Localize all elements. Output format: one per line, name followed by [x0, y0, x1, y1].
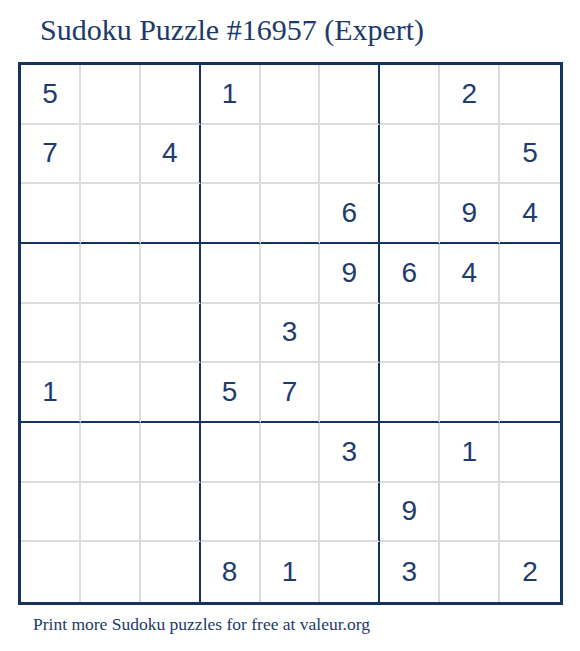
cell-r4c6-given: 9	[320, 244, 380, 304]
cell-r8c1-empty[interactable]	[21, 483, 81, 543]
page-title: Sudoku Puzzle #16957 (Expert)	[40, 13, 424, 47]
cell-r8c3-empty[interactable]	[141, 483, 201, 543]
cell-r2c2-empty[interactable]	[81, 125, 141, 185]
cell-r1c8-given: 2	[440, 65, 500, 125]
cell-r3c7-empty[interactable]	[380, 184, 440, 244]
footer-note: Print more Sudoku puzzles for free at va…	[33, 614, 370, 635]
cell-r2c1-given: 7	[21, 125, 81, 185]
cell-r3c3-empty[interactable]	[141, 184, 201, 244]
cell-r6c2-empty[interactable]	[81, 363, 141, 423]
cell-r7c8-given: 1	[440, 423, 500, 483]
sudoku-page: Sudoku Puzzle #16957 (Expert) 5127456949…	[0, 0, 580, 651]
cell-r9c2-empty[interactable]	[81, 542, 141, 602]
cell-r2c5-empty[interactable]	[261, 125, 321, 185]
cell-r3c2-empty[interactable]	[81, 184, 141, 244]
cell-r4c5-empty[interactable]	[261, 244, 321, 304]
cell-r7c9-empty[interactable]	[500, 423, 560, 483]
cell-r8c9-empty[interactable]	[500, 483, 560, 543]
cell-r7c3-empty[interactable]	[141, 423, 201, 483]
cell-r2c3-given: 4	[141, 125, 201, 185]
cell-r1c3-empty[interactable]	[141, 65, 201, 125]
cell-r6c3-empty[interactable]	[141, 363, 201, 423]
cell-r4c1-empty[interactable]	[21, 244, 81, 304]
cell-r3c6-given: 6	[320, 184, 380, 244]
cell-r4c8-given: 4	[440, 244, 500, 304]
cell-r8c2-empty[interactable]	[81, 483, 141, 543]
cell-r7c4-empty[interactable]	[201, 423, 261, 483]
cell-r9c3-empty[interactable]	[141, 542, 201, 602]
cell-r9c4-given: 8	[201, 542, 261, 602]
cell-r2c7-empty[interactable]	[380, 125, 440, 185]
cell-r9c8-empty[interactable]	[440, 542, 500, 602]
cell-r3c1-empty[interactable]	[21, 184, 81, 244]
cell-r5c7-empty[interactable]	[380, 304, 440, 364]
cell-r3c8-given: 9	[440, 184, 500, 244]
cell-r7c7-empty[interactable]	[380, 423, 440, 483]
cell-r6c1-given: 1	[21, 363, 81, 423]
cell-r9c6-empty[interactable]	[320, 542, 380, 602]
cell-r1c6-empty[interactable]	[320, 65, 380, 125]
cell-r8c8-empty[interactable]	[440, 483, 500, 543]
cell-r5c2-empty[interactable]	[81, 304, 141, 364]
cell-r4c9-empty[interactable]	[500, 244, 560, 304]
cell-r6c6-empty[interactable]	[320, 363, 380, 423]
cell-r2c4-empty[interactable]	[201, 125, 261, 185]
cell-r1c7-empty[interactable]	[380, 65, 440, 125]
cell-r5c6-empty[interactable]	[320, 304, 380, 364]
cell-r5c9-empty[interactable]	[500, 304, 560, 364]
cell-r1c2-empty[interactable]	[81, 65, 141, 125]
cell-r3c9-given: 4	[500, 184, 560, 244]
cell-r6c4-given: 5	[201, 363, 261, 423]
cell-r4c3-empty[interactable]	[141, 244, 201, 304]
cell-r6c8-empty[interactable]	[440, 363, 500, 423]
cell-r6c9-empty[interactable]	[500, 363, 560, 423]
cell-r5c8-empty[interactable]	[440, 304, 500, 364]
cell-r7c5-empty[interactable]	[261, 423, 321, 483]
cell-r8c5-empty[interactable]	[261, 483, 321, 543]
cell-r2c8-empty[interactable]	[440, 125, 500, 185]
cell-r9c7-given: 3	[380, 542, 440, 602]
cell-r3c4-empty[interactable]	[201, 184, 261, 244]
cell-r5c4-empty[interactable]	[201, 304, 261, 364]
cell-r7c2-empty[interactable]	[81, 423, 141, 483]
cell-r1c1-given: 5	[21, 65, 81, 125]
cell-r4c7-given: 6	[380, 244, 440, 304]
cell-r6c5-given: 7	[261, 363, 321, 423]
cell-r9c5-given: 1	[261, 542, 321, 602]
cell-r9c1-empty[interactable]	[21, 542, 81, 602]
cell-r7c1-empty[interactable]	[21, 423, 81, 483]
cell-r1c5-empty[interactable]	[261, 65, 321, 125]
cell-r4c4-empty[interactable]	[201, 244, 261, 304]
cell-r3c5-empty[interactable]	[261, 184, 321, 244]
cell-r7c6-given: 3	[320, 423, 380, 483]
cell-r1c9-empty[interactable]	[500, 65, 560, 125]
cell-r2c9-given: 5	[500, 125, 560, 185]
cell-r6c7-empty[interactable]	[380, 363, 440, 423]
cell-r5c1-empty[interactable]	[21, 304, 81, 364]
cell-r9c9-given: 2	[500, 542, 560, 602]
cell-r5c3-empty[interactable]	[141, 304, 201, 364]
cell-r5c5-given: 3	[261, 304, 321, 364]
cell-r8c4-empty[interactable]	[201, 483, 261, 543]
cell-r8c7-given: 9	[380, 483, 440, 543]
cell-r2c6-empty[interactable]	[320, 125, 380, 185]
sudoku-board: 51274569496431573198132	[18, 62, 563, 605]
cell-r1c4-given: 1	[201, 65, 261, 125]
cell-r4c2-empty[interactable]	[81, 244, 141, 304]
cell-r8c6-empty[interactable]	[320, 483, 380, 543]
